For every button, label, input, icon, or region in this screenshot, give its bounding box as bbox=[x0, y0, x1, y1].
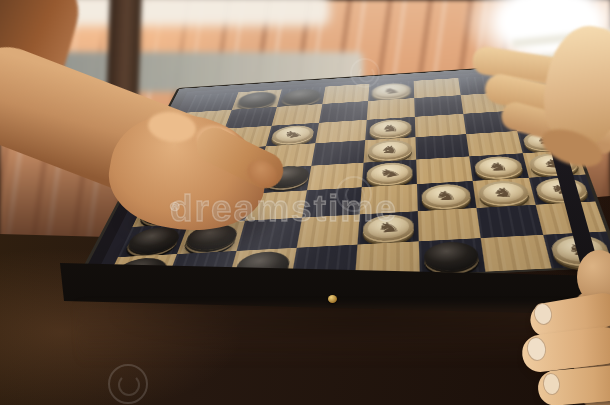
brass-clasp bbox=[328, 295, 337, 303]
board-square[interactable] bbox=[297, 214, 360, 247]
board-square[interactable] bbox=[360, 184, 418, 214]
board-square[interactable] bbox=[245, 190, 307, 220]
board-square[interactable] bbox=[466, 131, 523, 156]
board-square[interactable] bbox=[476, 205, 543, 238]
engraving-glyph: ♞ bbox=[475, 180, 530, 205]
deck-post bbox=[106, 0, 142, 109]
board-square[interactable] bbox=[199, 169, 260, 197]
bright-rail-strip bbox=[30, 0, 330, 26]
board-square[interactable] bbox=[415, 134, 469, 159]
scene: ♞♞♞♞♞♞♞♞♞♞♞♞♞♞ dreamstime® bbox=[0, 0, 610, 405]
checker-light[interactable]: ♞ bbox=[368, 139, 412, 161]
board-reflection bbox=[80, 306, 600, 364]
engraving-glyph: ♞ bbox=[421, 183, 471, 209]
board-square[interactable] bbox=[481, 235, 552, 272]
board-square[interactable] bbox=[418, 208, 481, 241]
checker-light[interactable]: ♞ bbox=[477, 180, 530, 206]
board-square[interactable] bbox=[416, 156, 472, 184]
engraving-glyph: ♞ bbox=[367, 119, 413, 137]
checker-light[interactable]: ♞ bbox=[369, 119, 411, 139]
checker-light[interactable]: ♞ bbox=[421, 183, 471, 209]
engraving-glyph: ♞ bbox=[474, 156, 522, 177]
board-square[interactable] bbox=[311, 140, 365, 165]
board-square[interactable] bbox=[307, 163, 364, 191]
checker-light[interactable]: ♞ bbox=[474, 155, 524, 178]
board-square[interactable] bbox=[237, 218, 303, 251]
board-square[interactable] bbox=[302, 187, 362, 217]
checker-light[interactable]: ♞ bbox=[362, 214, 414, 242]
